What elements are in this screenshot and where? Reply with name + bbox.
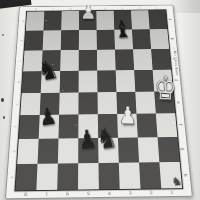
white-pawn[interactable]: ♟ (119, 104, 137, 128)
coordinate-label: 4 (99, 189, 120, 197)
square-b8[interactable] (24, 30, 43, 50)
square-e6[interactable] (59, 92, 78, 115)
square-e4[interactable] (97, 92, 117, 115)
coordinate-label: 8 (15, 190, 36, 198)
coordinate-label: 1 (161, 188, 183, 196)
white-pawn[interactable]: ♟ (80, 3, 96, 22)
coordinate-label: 7 (36, 190, 57, 198)
square-h5[interactable] (78, 163, 99, 189)
square-b1[interactable] (150, 29, 169, 49)
square-c6[interactable] (60, 50, 79, 71)
coordinate-label: 6 (57, 190, 78, 198)
photo-artifact-speck (3, 116, 5, 119)
square-g8[interactable] (17, 139, 38, 164)
photo-artifact-speck (2, 34, 4, 36)
square-f7[interactable]: ♟ (39, 115, 59, 139)
black-knight[interactable]: ♞ (94, 123, 119, 154)
square-g5[interactable]: ♟ (78, 138, 98, 163)
coordinate-label: 3 (120, 189, 141, 197)
square-d7[interactable]: ♞ (41, 71, 60, 93)
square-c2[interactable] (133, 49, 153, 70)
square-a6[interactable] (61, 11, 79, 30)
square-h6[interactable] (57, 163, 78, 189)
square-f6[interactable] (58, 115, 78, 139)
coordinate-label: 5 (78, 189, 99, 197)
square-e5[interactable] (78, 92, 97, 115)
chess-store-logo-icon: ♞ (171, 175, 184, 187)
square-a1[interactable] (148, 10, 167, 29)
square-b5[interactable] (79, 30, 97, 50)
chessboard-photo: 87654321 87654321 abcdefgh abcdefgh ♘The… (0, 0, 200, 200)
square-a5[interactable]: ♟ (79, 11, 97, 30)
square-h1[interactable]: ♞ (159, 162, 182, 188)
square-h3[interactable] (119, 163, 141, 189)
square-c1[interactable] (151, 49, 171, 70)
square-d2[interactable] (134, 70, 154, 92)
board-grid: ♟♝♞♚♟♟♟♞♞ (15, 10, 182, 190)
square-c5[interactable] (79, 50, 97, 71)
square-b3[interactable]: ♝ (114, 29, 133, 49)
square-d5[interactable] (79, 70, 98, 92)
square-f2[interactable] (137, 114, 158, 138)
square-c4[interactable] (97, 49, 116, 70)
black-pawn[interactable]: ♟ (38, 105, 58, 131)
square-h2[interactable] (139, 162, 161, 188)
square-a7[interactable] (43, 11, 61, 30)
square-b4[interactable] (97, 30, 115, 50)
square-g3[interactable] (118, 138, 139, 163)
square-b2[interactable] (132, 29, 151, 49)
black-bishop[interactable]: ♝ (112, 17, 132, 42)
square-g7[interactable] (38, 139, 59, 164)
square-a4[interactable] (96, 11, 114, 30)
square-h4[interactable] (99, 163, 120, 189)
white-king[interactable]: ♚ (154, 71, 176, 105)
photo-artifact-speck (1, 98, 4, 102)
square-g4[interactable]: ♞ (98, 138, 119, 163)
square-g6[interactable] (58, 138, 78, 163)
square-g2[interactable] (138, 137, 160, 162)
square-b6[interactable] (61, 30, 79, 50)
square-a2[interactable] (131, 10, 150, 29)
square-e1[interactable]: ♚ (154, 91, 175, 114)
square-e2[interactable] (135, 91, 156, 114)
chess-board: 87654321 87654321 abcdefgh abcdefgh ♘The… (5, 5, 193, 200)
square-h7[interactable] (36, 164, 58, 190)
square-d4[interactable] (97, 70, 116, 92)
square-d6[interactable] (60, 70, 79, 92)
square-c3[interactable] (115, 49, 134, 70)
square-d3[interactable] (116, 70, 136, 92)
square-h8[interactable] (15, 164, 37, 190)
square-f1[interactable] (156, 114, 178, 138)
photo-artifact-corner-shade (170, 0, 200, 13)
square-a8[interactable] (26, 11, 45, 30)
photo-scene: 87654321 87654321 abcdefgh abcdefgh ♘The… (0, 0, 200, 200)
square-f8[interactable] (19, 115, 40, 139)
square-g1[interactable] (158, 137, 180, 162)
square-b7[interactable] (43, 30, 62, 50)
square-f3[interactable]: ♟ (117, 114, 138, 138)
coordinate-label: 2 (141, 188, 162, 196)
